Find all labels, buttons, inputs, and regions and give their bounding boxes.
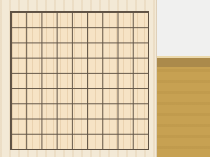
board-panel	[0, 0, 157, 157]
shogi-board	[10, 11, 149, 150]
shogi-app	[0, 0, 210, 157]
rank-coordinates	[149, 11, 157, 149]
file-coordinates	[10, 1, 148, 9]
sente-indicator	[157, 58, 210, 67]
sente-hand-pieces	[157, 67, 210, 157]
board-cells	[11, 12, 148, 149]
sente-hand-tray	[157, 56, 210, 157]
